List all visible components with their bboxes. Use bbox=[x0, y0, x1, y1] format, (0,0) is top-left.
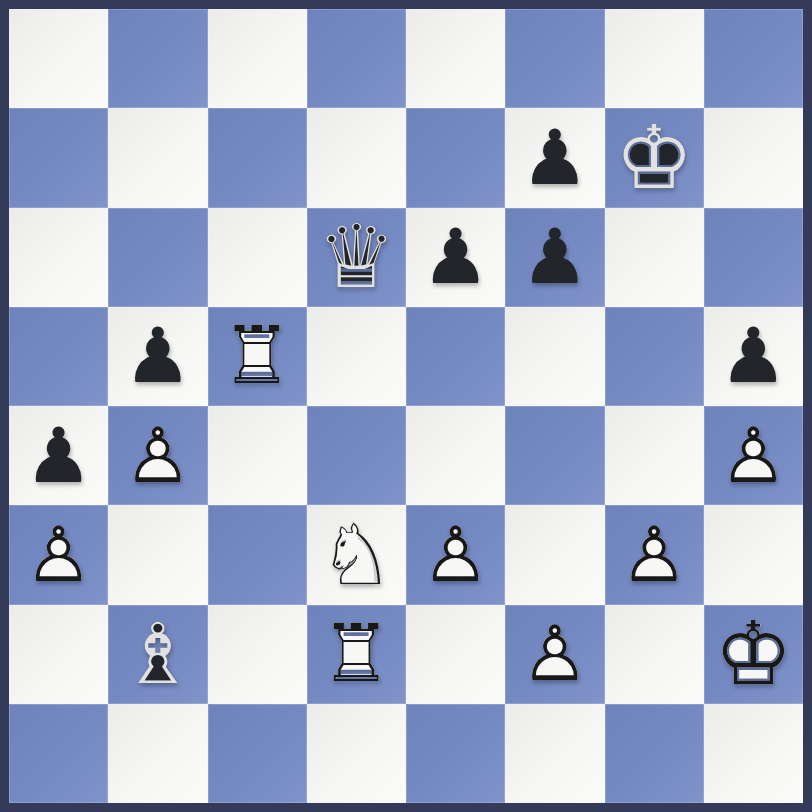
square-c6[interactable] bbox=[208, 208, 307, 307]
square-e1[interactable] bbox=[406, 704, 505, 803]
square-f8[interactable] bbox=[505, 9, 604, 108]
square-f7[interactable]: ♟♙ bbox=[505, 108, 604, 207]
pawn-outline-glyph: ♙ bbox=[521, 616, 589, 692]
square-d4[interactable] bbox=[307, 406, 406, 505]
square-f3[interactable] bbox=[505, 505, 604, 604]
square-d5[interactable] bbox=[307, 307, 406, 406]
square-d3[interactable]: ♞♘ bbox=[307, 505, 406, 604]
square-a4[interactable]: ♟♙ bbox=[9, 406, 108, 505]
pawn-fill-glyph: ♟ bbox=[25, 418, 93, 494]
square-e6[interactable]: ♟♙ bbox=[406, 208, 505, 307]
pawn-outline-glyph: ♙ bbox=[25, 517, 93, 593]
white-rook[interactable]: ♜♖ bbox=[321, 614, 393, 694]
knight-outline-glyph: ♘ bbox=[319, 513, 394, 597]
white-king[interactable]: ♚♔ bbox=[714, 610, 793, 698]
square-g2[interactable] bbox=[605, 605, 704, 704]
square-e5[interactable] bbox=[406, 307, 505, 406]
square-f1[interactable] bbox=[505, 704, 604, 803]
square-e7[interactable] bbox=[406, 108, 505, 207]
square-h8[interactable] bbox=[704, 9, 803, 108]
chess-board: ♟♙♚♔♛♕♟♙♟♙♟♙♜♖♟♙♟♙♟♙♟♙♟♙♞♘♟♙♟♙♝♗♜♖♟♙♚♔ bbox=[9, 9, 803, 803]
square-g6[interactable] bbox=[605, 208, 704, 307]
square-a5[interactable] bbox=[9, 307, 108, 406]
square-h5[interactable]: ♟♙ bbox=[704, 307, 803, 406]
king-outline-glyph: ♔ bbox=[714, 610, 793, 698]
square-c1[interactable] bbox=[208, 704, 307, 803]
square-b7[interactable] bbox=[108, 108, 207, 207]
square-f5[interactable] bbox=[505, 307, 604, 406]
rook-outline-glyph: ♖ bbox=[321, 614, 393, 694]
white-rook[interactable]: ♜♖ bbox=[221, 316, 293, 396]
square-g1[interactable] bbox=[605, 704, 704, 803]
square-b8[interactable] bbox=[108, 9, 207, 108]
square-f6[interactable]: ♟♙ bbox=[505, 208, 604, 307]
black-bishop[interactable]: ♝♗ bbox=[120, 612, 195, 696]
square-d1[interactable] bbox=[307, 704, 406, 803]
square-e3[interactable]: ♟♙ bbox=[406, 505, 505, 604]
square-b4[interactable]: ♟♙ bbox=[108, 406, 207, 505]
white-pawn[interactable]: ♟♙ bbox=[25, 517, 93, 593]
bishop-outline-glyph: ♗ bbox=[120, 612, 195, 696]
square-d6[interactable]: ♛♕ bbox=[307, 208, 406, 307]
square-d8[interactable] bbox=[307, 9, 406, 108]
square-g8[interactable] bbox=[605, 9, 704, 108]
square-a3[interactable]: ♟♙ bbox=[9, 505, 108, 604]
square-b3[interactable] bbox=[108, 505, 207, 604]
square-d2[interactable]: ♜♖ bbox=[307, 605, 406, 704]
black-queen[interactable]: ♛♕ bbox=[317, 213, 396, 301]
pawn-outline-glyph: ♙ bbox=[124, 418, 192, 494]
square-h7[interactable] bbox=[704, 108, 803, 207]
pawn-outline-glyph: ♙ bbox=[719, 418, 787, 494]
square-a7[interactable] bbox=[9, 108, 108, 207]
white-pawn[interactable]: ♟♙ bbox=[521, 616, 589, 692]
pawn-fill-glyph: ♟ bbox=[521, 120, 589, 196]
black-pawn[interactable]: ♟♙ bbox=[719, 318, 787, 394]
square-c8[interactable] bbox=[208, 9, 307, 108]
square-b1[interactable] bbox=[108, 704, 207, 803]
square-e4[interactable] bbox=[406, 406, 505, 505]
white-knight[interactable]: ♞♘ bbox=[319, 513, 394, 597]
queen-outline-glyph: ♕ bbox=[317, 213, 396, 301]
black-king[interactable]: ♚♔ bbox=[615, 114, 694, 202]
square-f4[interactable] bbox=[505, 406, 604, 505]
square-b2[interactable]: ♝♗ bbox=[108, 605, 207, 704]
square-g5[interactable] bbox=[605, 307, 704, 406]
rook-outline-glyph: ♖ bbox=[221, 316, 293, 396]
white-pawn[interactable]: ♟♙ bbox=[620, 517, 688, 593]
square-b6[interactable] bbox=[108, 208, 207, 307]
pawn-fill-glyph: ♟ bbox=[124, 318, 192, 394]
black-pawn[interactable]: ♟♙ bbox=[521, 120, 589, 196]
black-pawn[interactable]: ♟♙ bbox=[521, 219, 589, 295]
white-pawn[interactable]: ♟♙ bbox=[422, 517, 490, 593]
black-pawn[interactable]: ♟♙ bbox=[422, 219, 490, 295]
square-h2[interactable]: ♚♔ bbox=[704, 605, 803, 704]
square-h4[interactable]: ♟♙ bbox=[704, 406, 803, 505]
square-f2[interactable]: ♟♙ bbox=[505, 605, 604, 704]
chess-board-frame: ♟♙♚♔♛♕♟♙♟♙♟♙♜♖♟♙♟♙♟♙♟♙♟♙♞♘♟♙♟♙♝♗♜♖♟♙♚♔ bbox=[0, 0, 812, 812]
square-a8[interactable] bbox=[9, 9, 108, 108]
square-c2[interactable] bbox=[208, 605, 307, 704]
white-pawn[interactable]: ♟♙ bbox=[719, 418, 787, 494]
pawn-outline-glyph: ♙ bbox=[422, 517, 490, 593]
black-pawn[interactable]: ♟♙ bbox=[25, 418, 93, 494]
square-c4[interactable] bbox=[208, 406, 307, 505]
square-b5[interactable]: ♟♙ bbox=[108, 307, 207, 406]
square-g4[interactable] bbox=[605, 406, 704, 505]
square-d7[interactable] bbox=[307, 108, 406, 207]
square-g3[interactable]: ♟♙ bbox=[605, 505, 704, 604]
square-g7[interactable]: ♚♔ bbox=[605, 108, 704, 207]
king-outline-glyph: ♔ bbox=[615, 114, 694, 202]
square-e8[interactable] bbox=[406, 9, 505, 108]
square-h1[interactable] bbox=[704, 704, 803, 803]
square-a1[interactable] bbox=[9, 704, 108, 803]
square-h3[interactable] bbox=[704, 505, 803, 604]
square-c3[interactable] bbox=[208, 505, 307, 604]
pawn-fill-glyph: ♟ bbox=[719, 318, 787, 394]
black-pawn[interactable]: ♟♙ bbox=[124, 318, 192, 394]
square-c5[interactable]: ♜♖ bbox=[208, 307, 307, 406]
square-e2[interactable] bbox=[406, 605, 505, 704]
square-a6[interactable] bbox=[9, 208, 108, 307]
pawn-outline-glyph: ♙ bbox=[620, 517, 688, 593]
square-c7[interactable] bbox=[208, 108, 307, 207]
white-pawn[interactable]: ♟♙ bbox=[124, 418, 192, 494]
square-h6[interactable] bbox=[704, 208, 803, 307]
pawn-fill-glyph: ♟ bbox=[521, 219, 589, 295]
square-a2[interactable] bbox=[9, 605, 108, 704]
pawn-fill-glyph: ♟ bbox=[422, 219, 490, 295]
